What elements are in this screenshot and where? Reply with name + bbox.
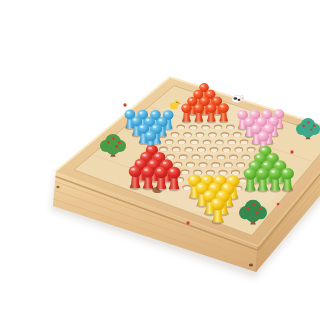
peg-highlight [258, 119, 261, 121]
tree-apple [247, 208, 250, 211]
peg-highlight [211, 185, 215, 188]
hole-inner [212, 164, 219, 168]
peg-highlight [139, 112, 142, 114]
peg-highlight [224, 185, 228, 188]
peg-highlight [216, 178, 220, 181]
flower-center [291, 151, 292, 152]
lid-notch-hole [249, 264, 253, 267]
peg-highlight [269, 155, 273, 158]
peg-highlight [214, 98, 217, 100]
peg-highlight [191, 177, 195, 180]
peg-head [142, 166, 155, 178]
peg-highlight [207, 92, 210, 94]
flower-center [187, 222, 188, 223]
hole-inner [180, 156, 187, 160]
hole-inner [200, 163, 207, 167]
hole-inner [178, 141, 185, 145]
hole-inner [160, 148, 167, 152]
hole-inner [177, 126, 184, 130]
hole-inner [216, 141, 223, 145]
tree-apple [313, 125, 315, 127]
hole-inner [218, 156, 225, 160]
peg-highlight [264, 112, 267, 114]
hole-inner [234, 133, 241, 137]
peg-highlight [276, 163, 280, 166]
cow-spot [238, 99, 241, 101]
peg-highlight [144, 168, 148, 171]
hole-inner [174, 163, 181, 167]
peg-highlight [189, 99, 192, 101]
peg-head [206, 103, 216, 113]
peg-highlight [253, 126, 256, 128]
peg-head [269, 168, 282, 180]
hole-inner [241, 141, 248, 145]
hole-inner [194, 171, 201, 175]
cow-muzzle [242, 97, 244, 98]
peg-highlight [133, 119, 136, 121]
peg-highlight [229, 178, 233, 181]
peg-head [168, 167, 181, 179]
peg-highlight [219, 193, 223, 196]
peg-highlight [150, 161, 154, 164]
peg-head [145, 131, 156, 142]
hole-inner [232, 171, 239, 175]
hole-inner [242, 156, 249, 160]
peg-highlight [127, 112, 130, 114]
hole-inner [192, 156, 199, 160]
peg-highlight [159, 119, 162, 121]
peg-highlight [257, 155, 261, 158]
peg-highlight [203, 177, 207, 180]
tree-apple [118, 141, 121, 144]
decoration-flower [123, 103, 126, 106]
peg-highlight [284, 170, 288, 173]
peg-highlight [220, 105, 223, 107]
peg-highlight [262, 148, 265, 151]
hole-inner [198, 148, 205, 152]
hole-inner [205, 156, 212, 160]
hole-inner [215, 126, 222, 130]
cow-spot [233, 97, 237, 100]
hole-inner [227, 126, 234, 130]
tree-apple [107, 141, 110, 144]
tree-apple [310, 128, 312, 130]
peg-highlight [201, 85, 204, 87]
peg-highlight [198, 185, 202, 188]
hole-inner [239, 179, 246, 183]
tree-apple [259, 207, 262, 210]
peg-highlight [131, 168, 135, 171]
peg-head [218, 103, 228, 113]
peg-highlight [156, 154, 160, 157]
peg-highlight [163, 162, 167, 165]
peg-highlight [264, 163, 268, 166]
tree-apple [252, 203, 255, 206]
hole-inner [166, 141, 173, 145]
hole-inner [209, 134, 216, 138]
peg-highlight [140, 126, 143, 128]
hole-inner [183, 186, 190, 190]
peg-highlight [153, 126, 156, 128]
peg-highlight [143, 154, 147, 157]
lid-notch-hole [56, 186, 59, 189]
peg-head [155, 166, 168, 178]
hole-inner [184, 133, 191, 137]
peg-highlight [260, 133, 263, 135]
chick-eye [176, 102, 177, 103]
decoration-flower [186, 221, 189, 224]
peg-highlight [206, 192, 210, 195]
hole-inner [181, 171, 188, 175]
chinese-checkers-product-photo: Wooden Chinese checkers box, starting po… [40, 16, 320, 320]
peg-highlight [276, 111, 279, 113]
peg-highlight [152, 112, 155, 114]
peg-highlight [252, 112, 255, 114]
tree-apple [307, 121, 309, 123]
hole-inner [219, 171, 226, 175]
peg-highlight [195, 92, 198, 94]
peg-head [244, 168, 257, 180]
board-hole[interactable] [182, 185, 191, 190]
peg-highlight [147, 133, 150, 135]
sheep-cheek [268, 184, 269, 185]
peg-head [129, 165, 142, 177]
peg-highlight [213, 200, 217, 203]
hole-inner [172, 133, 179, 137]
peg-highlight [265, 126, 268, 128]
hole-inner [210, 148, 217, 152]
peg-highlight [148, 147, 151, 150]
decoration-flower [290, 150, 293, 153]
tree-apple [112, 137, 115, 140]
tree-apple [302, 125, 304, 127]
peg-highlight [246, 170, 250, 173]
peg-highlight [202, 99, 205, 101]
hole-inner [197, 134, 204, 138]
hole-inner [230, 156, 237, 160]
peg-highlight [170, 169, 174, 172]
hole-inner [187, 163, 194, 167]
peg-highlight [271, 170, 275, 173]
peg-highlight [251, 163, 255, 166]
hole-inner [207, 171, 214, 175]
peg-head [181, 103, 191, 113]
peg-highlight [146, 119, 149, 121]
peg-highlight [270, 119, 273, 121]
hole-inner [173, 148, 180, 152]
hole-inner [204, 141, 211, 145]
hole-inner [185, 148, 192, 152]
hole-inner [167, 155, 174, 159]
game-board-scene: Wooden Chinese checkers box, starting po… [40, 16, 320, 320]
hole-inner [237, 164, 244, 168]
peg-head [258, 131, 270, 142]
peg-highlight [157, 169, 161, 172]
hole-inner [202, 126, 209, 130]
decoration-flower [277, 203, 280, 206]
peg-highlight [165, 112, 168, 114]
peg-head [256, 168, 269, 180]
hole-inner [248, 148, 255, 152]
flower-center [124, 104, 125, 105]
peg-highlight [246, 119, 249, 121]
hole-inner [190, 126, 197, 130]
hole-inner [235, 148, 242, 152]
peg-highlight [196, 105, 199, 107]
peg-highlight [137, 161, 141, 164]
hole-inner [228, 141, 235, 145]
peg-head [281, 168, 294, 180]
peg-highlight [239, 112, 242, 114]
hole-inner [221, 133, 228, 137]
tree-apple [115, 145, 118, 148]
peg-highlight [208, 105, 211, 107]
peg-head [194, 103, 204, 113]
hole-inner [225, 164, 232, 168]
hole-inner [223, 148, 230, 152]
flower-center [278, 204, 279, 205]
tree-apple [256, 212, 259, 215]
peg-head [211, 198, 225, 211]
peg-highlight [183, 105, 186, 107]
hole-inner [191, 141, 198, 145]
peg-highlight [259, 170, 263, 173]
